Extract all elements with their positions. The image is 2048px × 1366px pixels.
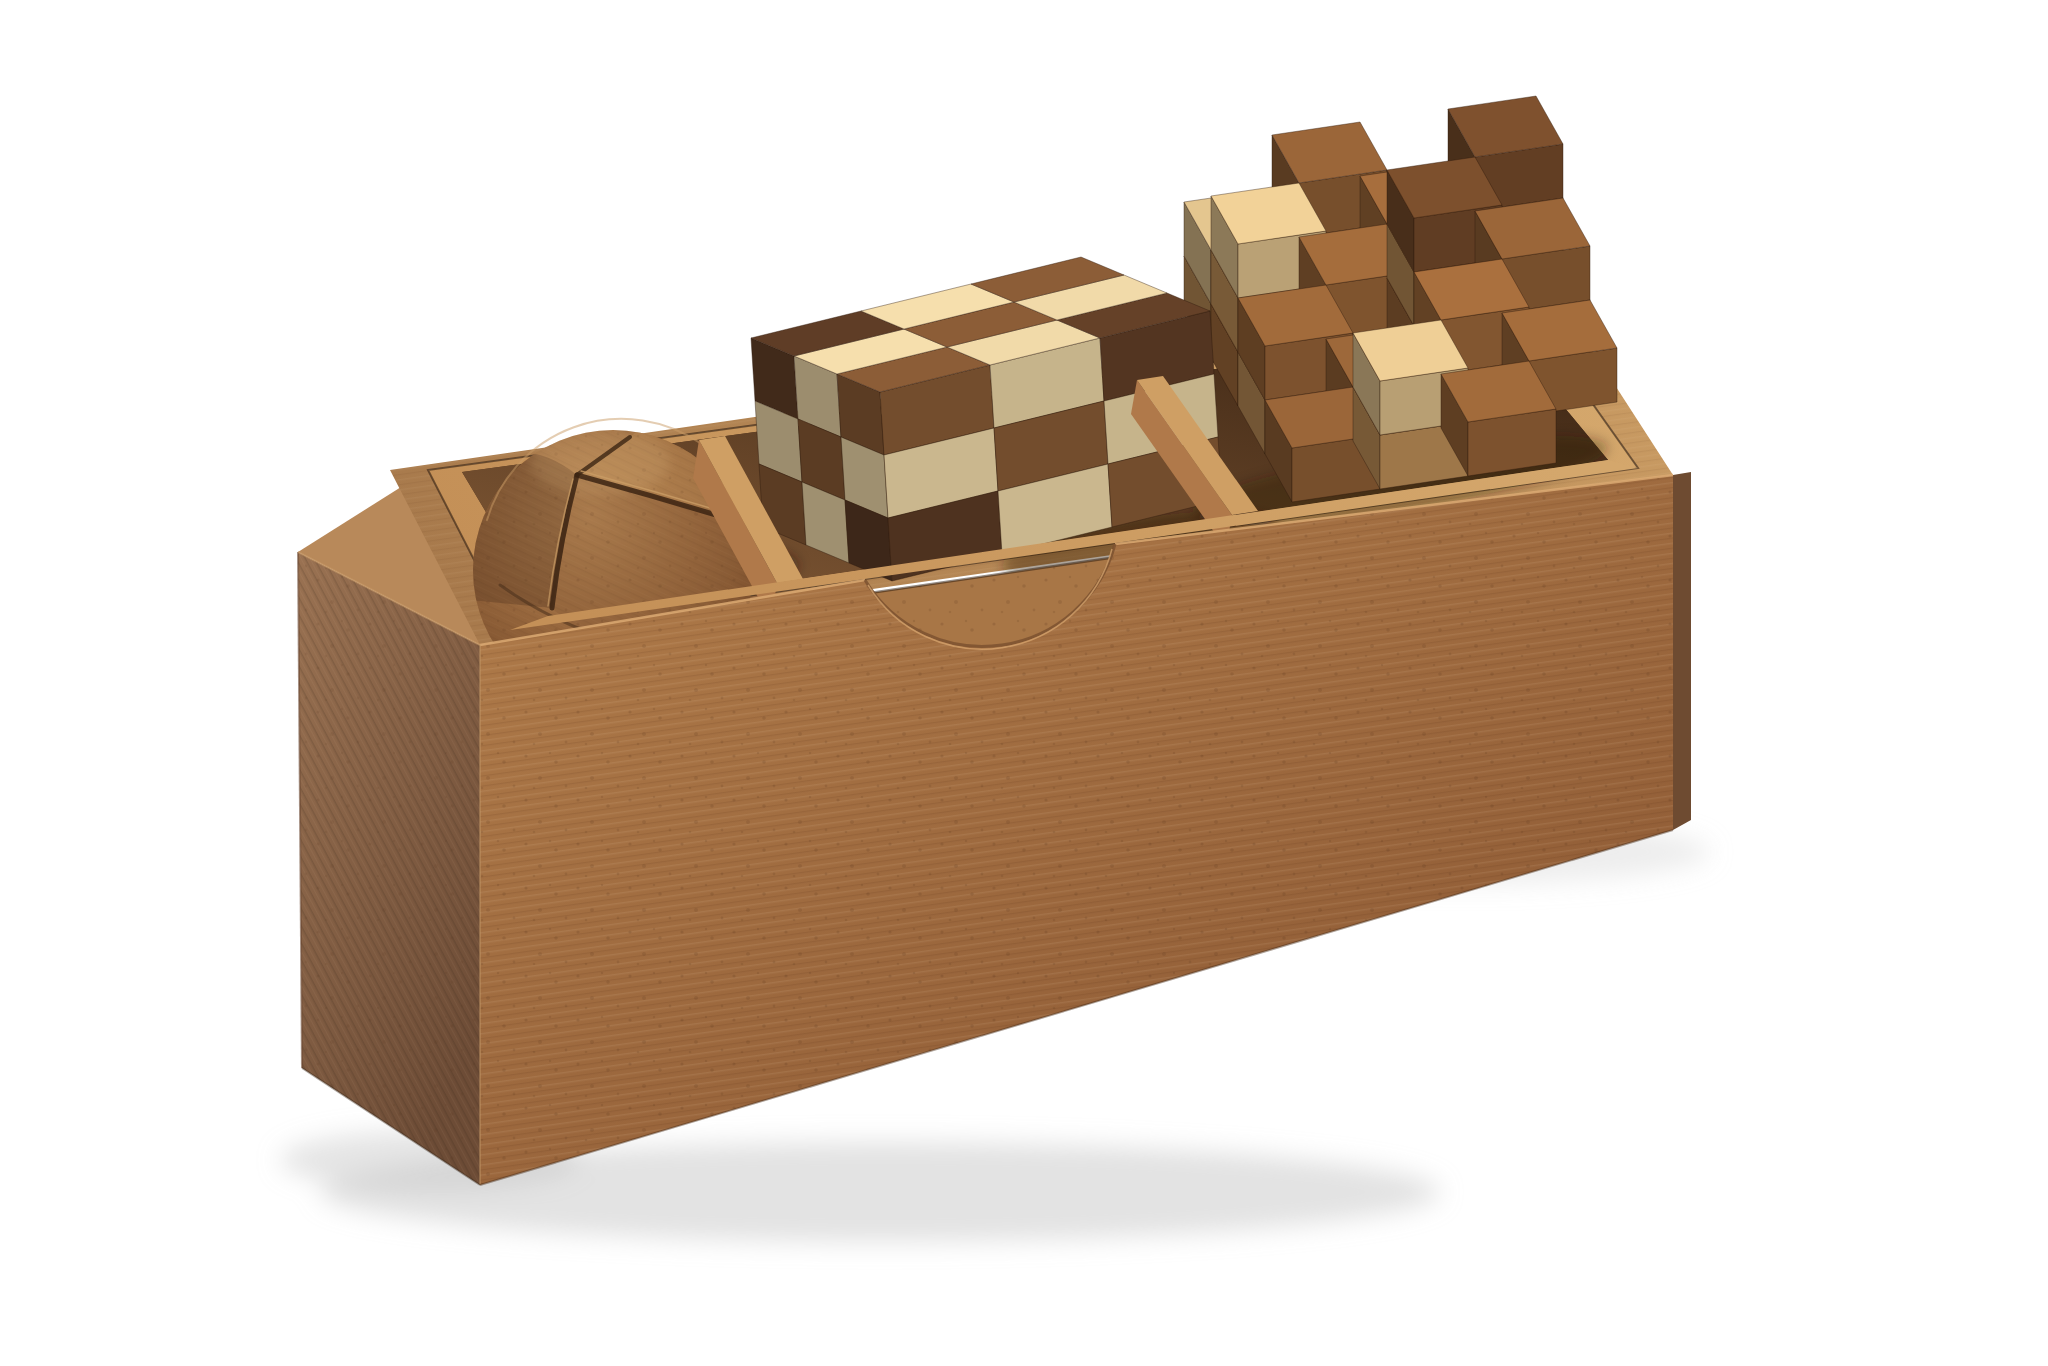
photo-stage bbox=[0, 0, 2048, 1366]
box-right-end bbox=[1673, 472, 1691, 830]
